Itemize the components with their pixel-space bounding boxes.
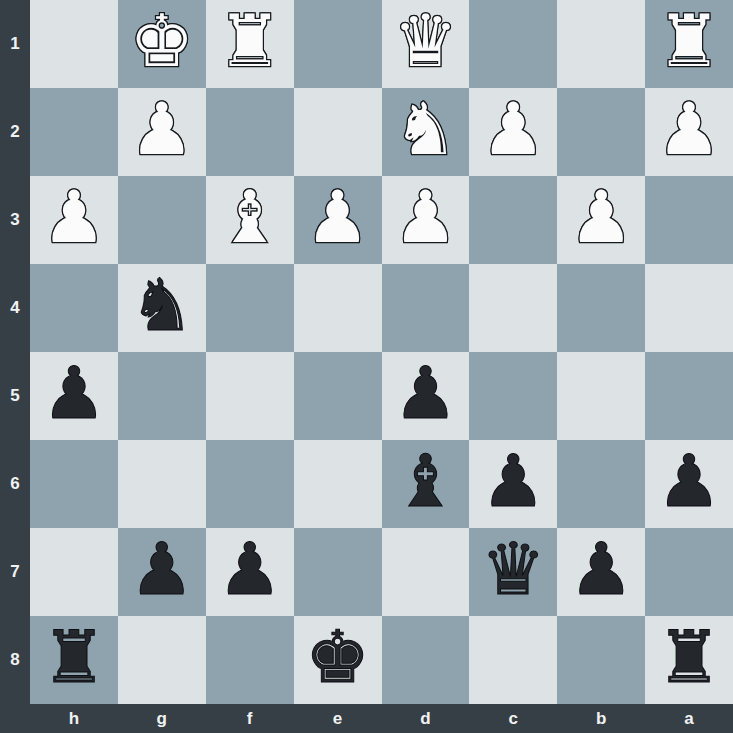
square-f4[interactable] <box>206 264 294 352</box>
square-c3[interactable] <box>469 176 557 264</box>
file-label-b: b <box>557 704 645 733</box>
square-h4[interactable] <box>30 264 118 352</box>
square-a4[interactable] <box>645 264 733 352</box>
square-b4[interactable] <box>557 264 645 352</box>
rank-label-6: 6 <box>0 440 30 528</box>
chess-board: 1♚♜♛♜2♟♞♟♟3♟♝♟♟♟4♞5♟♟6♝♟♟7♟♟♛♟8♜♚♜hgfedc… <box>0 0 733 733</box>
square-h1[interactable] <box>30 0 118 88</box>
square-a7[interactable] <box>645 528 733 616</box>
black-rook-piece[interactable]: ♜ <box>42 616 107 701</box>
square-a2[interactable]: ♟ <box>645 88 733 176</box>
square-f2[interactable] <box>206 88 294 176</box>
board-grid: 1♚♜♛♜2♟♞♟♟3♟♝♟♟♟4♞5♟♟6♝♟♟7♟♟♛♟8♜♚♜hgfedc… <box>0 0 733 733</box>
square-e7[interactable] <box>294 528 382 616</box>
square-e2[interactable] <box>294 88 382 176</box>
square-d2[interactable]: ♞ <box>382 88 470 176</box>
white-pawn-piece[interactable]: ♟ <box>42 176 107 261</box>
white-pawn-piece[interactable]: ♟ <box>569 176 634 261</box>
square-f5[interactable] <box>206 352 294 440</box>
square-h3[interactable]: ♟ <box>30 176 118 264</box>
square-c1[interactable] <box>469 0 557 88</box>
square-c4[interactable] <box>469 264 557 352</box>
square-h8[interactable]: ♜ <box>30 616 118 704</box>
rank-label-5: 5 <box>0 352 30 440</box>
square-h5[interactable]: ♟ <box>30 352 118 440</box>
square-h7[interactable] <box>30 528 118 616</box>
square-a3[interactable] <box>645 176 733 264</box>
white-king-piece[interactable]: ♚ <box>130 0 195 85</box>
square-b1[interactable] <box>557 0 645 88</box>
file-label-c: c <box>469 704 557 733</box>
square-g4[interactable]: ♞ <box>118 264 206 352</box>
white-pawn-piece[interactable]: ♟ <box>305 176 370 261</box>
rank-label-1: 1 <box>0 0 30 88</box>
square-b7[interactable]: ♟ <box>557 528 645 616</box>
square-e1[interactable] <box>294 0 382 88</box>
square-g7[interactable]: ♟ <box>118 528 206 616</box>
square-g2[interactable]: ♟ <box>118 88 206 176</box>
square-c5[interactable] <box>469 352 557 440</box>
black-pawn-piece[interactable]: ♟ <box>130 528 195 613</box>
square-a1[interactable]: ♜ <box>645 0 733 88</box>
black-pawn-piece[interactable]: ♟ <box>481 440 546 525</box>
white-rook-piece[interactable]: ♜ <box>657 0 722 85</box>
square-b2[interactable] <box>557 88 645 176</box>
square-d8[interactable] <box>382 616 470 704</box>
black-bishop-piece[interactable]: ♝ <box>393 440 458 525</box>
file-label-g: g <box>118 704 206 733</box>
black-queen-piece[interactable]: ♛ <box>481 528 546 613</box>
black-pawn-piece[interactable]: ♟ <box>42 352 107 437</box>
square-e4[interactable] <box>294 264 382 352</box>
square-b8[interactable] <box>557 616 645 704</box>
square-a8[interactable]: ♜ <box>645 616 733 704</box>
square-c2[interactable]: ♟ <box>469 88 557 176</box>
white-bishop-piece[interactable]: ♝ <box>217 176 282 261</box>
file-label-f: f <box>206 704 294 733</box>
black-pawn-piece[interactable]: ♟ <box>657 440 722 525</box>
black-pawn-piece[interactable]: ♟ <box>569 528 634 613</box>
square-d7[interactable] <box>382 528 470 616</box>
square-c8[interactable] <box>469 616 557 704</box>
square-d4[interactable] <box>382 264 470 352</box>
square-g1[interactable]: ♚ <box>118 0 206 88</box>
file-label-d: d <box>382 704 470 733</box>
square-f7[interactable]: ♟ <box>206 528 294 616</box>
square-f8[interactable] <box>206 616 294 704</box>
white-pawn-piece[interactable]: ♟ <box>481 88 546 173</box>
square-c7[interactable]: ♛ <box>469 528 557 616</box>
square-e3[interactable]: ♟ <box>294 176 382 264</box>
square-g3[interactable] <box>118 176 206 264</box>
square-h2[interactable] <box>30 88 118 176</box>
black-knight-piece[interactable]: ♞ <box>130 264 195 349</box>
square-f3[interactable]: ♝ <box>206 176 294 264</box>
rank-label-7: 7 <box>0 528 30 616</box>
square-g8[interactable] <box>118 616 206 704</box>
file-label-a: a <box>645 704 733 733</box>
square-a5[interactable] <box>645 352 733 440</box>
square-b3[interactable]: ♟ <box>557 176 645 264</box>
file-label-e: e <box>294 704 382 733</box>
square-d3[interactable]: ♟ <box>382 176 470 264</box>
file-label-h: h <box>30 704 118 733</box>
square-e5[interactable] <box>294 352 382 440</box>
white-knight-piece[interactable]: ♞ <box>393 88 458 173</box>
square-f6[interactable] <box>206 440 294 528</box>
rank-label-3: 3 <box>0 176 30 264</box>
square-c6[interactable]: ♟ <box>469 440 557 528</box>
square-f1[interactable]: ♜ <box>206 0 294 88</box>
black-pawn-piece[interactable]: ♟ <box>217 528 282 613</box>
board-corner <box>0 704 30 733</box>
square-d1[interactable]: ♛ <box>382 0 470 88</box>
black-rook-piece[interactable]: ♜ <box>657 616 722 701</box>
square-b5[interactable] <box>557 352 645 440</box>
square-h6[interactable] <box>30 440 118 528</box>
rank-label-8: 8 <box>0 616 30 704</box>
white-pawn-piece[interactable]: ♟ <box>657 88 722 173</box>
square-e8[interactable]: ♚ <box>294 616 382 704</box>
black-pawn-piece[interactable]: ♟ <box>393 352 458 437</box>
square-e6[interactable] <box>294 440 382 528</box>
rank-label-4: 4 <box>0 264 30 352</box>
white-rook-piece[interactable]: ♜ <box>217 0 282 85</box>
white-pawn-piece[interactable]: ♟ <box>130 88 195 173</box>
square-g6[interactable] <box>118 440 206 528</box>
square-a6[interactable]: ♟ <box>645 440 733 528</box>
square-b6[interactable] <box>557 440 645 528</box>
square-d5[interactable]: ♟ <box>382 352 470 440</box>
white-queen-piece[interactable]: ♛ <box>393 0 458 85</box>
square-d6[interactable]: ♝ <box>382 440 470 528</box>
black-king-piece[interactable]: ♚ <box>305 616 370 701</box>
rank-label-2: 2 <box>0 88 30 176</box>
white-pawn-piece[interactable]: ♟ <box>393 176 458 261</box>
square-g5[interactable] <box>118 352 206 440</box>
